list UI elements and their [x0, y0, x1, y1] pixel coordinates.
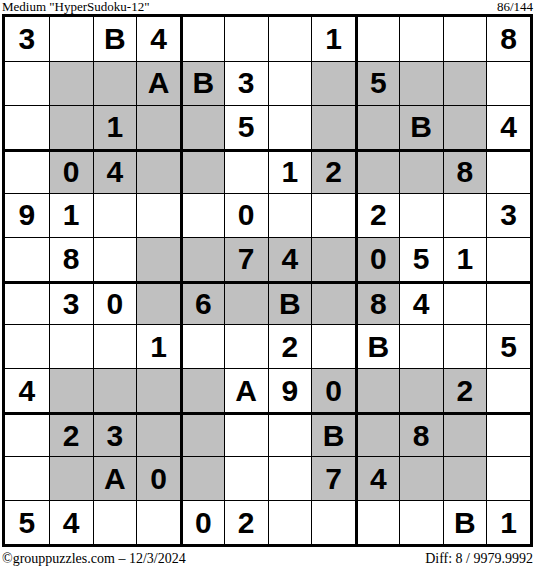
cell-r1c9[interactable]	[355, 17, 399, 61]
cell-r12c6: 2	[224, 500, 268, 544]
cell-r8c1[interactable]	[5, 324, 49, 368]
cell-r3c7[interactable]	[268, 105, 312, 149]
cell-r6c9: 0	[355, 237, 399, 281]
page-header: Medium "HyperSudoku-12" 86/144	[2, 0, 533, 13]
cell-r7c3: 0	[93, 281, 137, 325]
cell-r12c5: 0	[180, 500, 224, 544]
cell-r12c1: 5	[5, 500, 49, 544]
cell-r11c3: A	[93, 456, 137, 500]
cell-r2c7[interactable]	[268, 61, 312, 105]
cell-r11c2[interactable]	[49, 456, 93, 500]
cell-r5c2: 1	[49, 193, 93, 237]
cell-r8c10[interactable]	[399, 324, 443, 368]
cell-r6c1[interactable]	[5, 237, 49, 281]
puzzle-title: Medium "HyperSudoku-12"	[2, 0, 149, 13]
cell-r2c9: 5	[355, 61, 399, 105]
cell-r4c10[interactable]	[399, 149, 443, 193]
cell-r7c6[interactable]	[224, 281, 268, 325]
cell-r8c3[interactable]	[93, 324, 137, 368]
cell-r9c1: 4	[5, 368, 49, 412]
cell-r10c1[interactable]	[5, 412, 49, 456]
cell-r12c8[interactable]	[311, 500, 355, 544]
cell-r12c3[interactable]	[93, 500, 137, 544]
cell-r3c3: 1	[93, 105, 137, 149]
cell-r9c5[interactable]	[180, 368, 224, 412]
cell-r2c4: A	[136, 61, 180, 105]
cell-r6c7: 4	[268, 237, 312, 281]
cell-r12c10[interactable]	[399, 500, 443, 544]
cell-r7c5: 6	[180, 281, 224, 325]
cell-r1c7[interactable]	[268, 17, 312, 61]
cell-r4c9[interactable]	[355, 149, 399, 193]
cell-r11c5[interactable]	[180, 456, 224, 500]
cell-r3c6: 5	[224, 105, 268, 149]
cell-r4c5[interactable]	[180, 149, 224, 193]
cell-r10c4[interactable]	[136, 412, 180, 456]
cell-r1c8: 1	[311, 17, 355, 61]
cell-r4c8: 2	[311, 149, 355, 193]
cell-r5c8[interactable]	[311, 193, 355, 237]
cell-r3c11[interactable]	[443, 105, 487, 149]
cell-r12c12: 1	[486, 500, 530, 544]
cell-r6c3[interactable]	[93, 237, 137, 281]
cell-r3c4[interactable]	[136, 105, 180, 149]
cell-r6c10: 5	[399, 237, 443, 281]
cell-r4c6[interactable]	[224, 149, 268, 193]
cell-r2c2[interactable]	[49, 61, 93, 105]
copyright-date: ©grouppuzzles.com – 12/3/2024	[2, 551, 186, 567]
cell-r12c7[interactable]	[268, 500, 312, 544]
cell-r9c8: 0	[311, 368, 355, 412]
cell-r9c6: A	[224, 368, 268, 412]
cell-r4c11: 8	[443, 149, 487, 193]
cell-r11c11[interactable]	[443, 456, 487, 500]
cell-r10c6[interactable]	[224, 412, 268, 456]
cell-r7c4[interactable]	[136, 281, 180, 325]
sudoku-board: 3B418AB3515B40412891023874051306B8412B54…	[2, 14, 533, 547]
cell-r11c1[interactable]	[5, 456, 49, 500]
cell-r10c9[interactable]	[355, 412, 399, 456]
cell-r11c4: 0	[136, 456, 180, 500]
cell-r4c7: 1	[268, 149, 312, 193]
cell-r6c5[interactable]	[180, 237, 224, 281]
cell-r10c8: B	[311, 412, 355, 456]
cell-r10c7[interactable]	[268, 412, 312, 456]
cell-r4c4[interactable]	[136, 149, 180, 193]
cell-r2c11[interactable]	[443, 61, 487, 105]
cell-r8c12: 5	[486, 324, 530, 368]
cell-r1c2[interactable]	[49, 17, 93, 61]
cell-r7c2: 3	[49, 281, 93, 325]
cell-r5c12: 3	[486, 193, 530, 237]
cell-r7c9: 8	[355, 281, 399, 325]
cell-r7c7: B	[268, 281, 312, 325]
cell-r6c12[interactable]	[486, 237, 530, 281]
cell-r5c10[interactable]	[399, 193, 443, 237]
cell-r7c8[interactable]	[311, 281, 355, 325]
cell-r11c9: 4	[355, 456, 399, 500]
cell-r6c4[interactable]	[136, 237, 180, 281]
cell-r3c8[interactable]	[311, 105, 355, 149]
cell-r9c12[interactable]	[486, 368, 530, 412]
cell-r9c10[interactable]	[399, 368, 443, 412]
cell-r11c6[interactable]	[224, 456, 268, 500]
cell-r10c10: 8	[399, 412, 443, 456]
cell-r4c2: 0	[49, 149, 93, 193]
cell-r10c11[interactable]	[443, 412, 487, 456]
cell-r3c12: 4	[486, 105, 530, 149]
cell-r9c11: 2	[443, 368, 487, 412]
cell-r11c8: 7	[311, 456, 355, 500]
page-footer: ©grouppuzzles.com – 12/3/2024 Diff: 8 / …	[2, 550, 533, 567]
cell-r10c12[interactable]	[486, 412, 530, 456]
cell-r12c11: B	[443, 500, 487, 544]
cell-r12c4[interactable]	[136, 500, 180, 544]
cell-r9c9[interactable]	[355, 368, 399, 412]
cell-r8c2[interactable]	[49, 324, 93, 368]
cell-r12c2: 4	[49, 500, 93, 544]
cell-r2c6: 3	[224, 61, 268, 105]
cell-r1c6[interactable]	[224, 17, 268, 61]
cell-r5c7[interactable]	[268, 193, 312, 237]
empty-cell-counter: 86/144	[497, 0, 533, 13]
cell-r4c3: 4	[93, 149, 137, 193]
cell-r7c10: 4	[399, 281, 443, 325]
cell-r2c10[interactable]	[399, 61, 443, 105]
cell-r2c3[interactable]	[93, 61, 137, 105]
cell-r7c11[interactable]	[443, 281, 487, 325]
cell-r1c5[interactable]	[180, 17, 224, 61]
cell-r3c1[interactable]	[5, 105, 49, 149]
cell-r8c5[interactable]	[180, 324, 224, 368]
cell-r2c1[interactable]	[5, 61, 49, 105]
cell-r12c9[interactable]	[355, 500, 399, 544]
cell-r10c5[interactable]	[180, 412, 224, 456]
cell-r6c6: 7	[224, 237, 268, 281]
cell-r8c4: 1	[136, 324, 180, 368]
cell-r9c2[interactable]	[49, 368, 93, 412]
cell-r7c1[interactable]	[5, 281, 49, 325]
cell-r6c8[interactable]	[311, 237, 355, 281]
cell-r5c5[interactable]	[180, 193, 224, 237]
cell-r9c4[interactable]	[136, 368, 180, 412]
cell-r9c7: 9	[268, 368, 312, 412]
cell-r2c5: B	[180, 61, 224, 105]
cell-r3c2[interactable]	[49, 105, 93, 149]
cell-r4c12[interactable]	[486, 149, 530, 193]
cell-r11c12[interactable]	[486, 456, 530, 500]
cell-r6c2: 8	[49, 237, 93, 281]
cell-r8c8[interactable]	[311, 324, 355, 368]
cell-r10c3: 3	[93, 412, 137, 456]
cell-r8c11[interactable]	[443, 324, 487, 368]
difficulty-rating: Diff: 8 / 9979.9992	[425, 551, 533, 567]
cell-r6c11: 1	[443, 237, 487, 281]
cell-r10c2: 2	[49, 412, 93, 456]
cell-r5c11[interactable]	[443, 193, 487, 237]
cell-r1c3: B	[93, 17, 137, 61]
cell-r1c10[interactable]	[399, 17, 443, 61]
cell-r5c6: 0	[224, 193, 268, 237]
cell-r5c1: 9	[5, 193, 49, 237]
cell-r5c9: 2	[355, 193, 399, 237]
cell-r8c6[interactable]	[224, 324, 268, 368]
cell-r1c11[interactable]	[443, 17, 487, 61]
cell-r11c10[interactable]	[399, 456, 443, 500]
cell-r2c8[interactable]	[311, 61, 355, 105]
cell-r5c3[interactable]	[93, 193, 137, 237]
cell-r4c1[interactable]	[5, 149, 49, 193]
cell-r1c4: 4	[136, 17, 180, 61]
cell-r1c12: 8	[486, 17, 530, 61]
cell-r8c9: B	[355, 324, 399, 368]
cell-r8c7: 2	[268, 324, 312, 368]
cell-r5c4[interactable]	[136, 193, 180, 237]
cell-r3c9[interactable]	[355, 105, 399, 149]
cell-r9c3[interactable]	[93, 368, 137, 412]
cell-r1c1: 3	[5, 17, 49, 61]
cell-r3c5[interactable]	[180, 105, 224, 149]
cell-r11c7[interactable]	[268, 456, 312, 500]
cell-r2c12[interactable]	[486, 61, 530, 105]
cell-r3c10: B	[399, 105, 443, 149]
cell-r7c12[interactable]	[486, 281, 530, 325]
